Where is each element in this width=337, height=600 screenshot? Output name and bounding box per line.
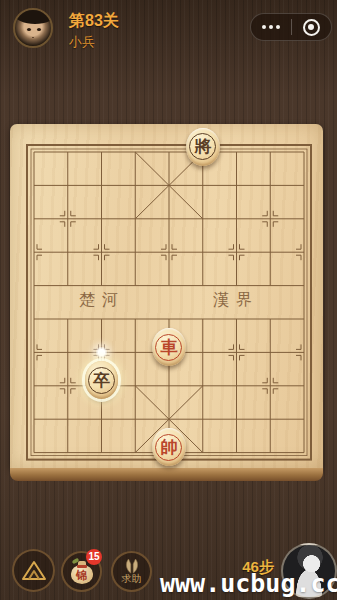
piece-red-general[interactable]: 帥 [152,428,186,466]
hint-count-badge: 15 [86,549,102,565]
avatar-hair [15,8,53,24]
more-button[interactable] [251,14,291,40]
player-rank: 小兵 [69,33,95,51]
piece-black-soldier[interactable]: 卒 [85,361,119,399]
target-circle-icon [303,19,320,36]
piece-black-general[interactable]: 將 [186,128,220,166]
bag-label: 锦 [70,568,94,583]
board[interactable]: 將車卒帥 [17,135,321,469]
expand-button[interactable] [12,549,55,592]
board-bevel [10,468,323,481]
piece-red-chariot[interactable]: 車 [152,328,186,366]
move-indicator[interactable] [95,346,108,359]
avatar-face [27,28,31,31]
player-avatar[interactable] [13,8,53,48]
chevron-mountain-up-icon [21,560,47,582]
exit-button[interactable] [292,14,332,40]
app-screen: 第83关 小兵 楚河 漢界 將車卒帥 锦 15 求助 [0,0,337,600]
help-button[interactable]: 求助 [111,551,152,592]
watermark: www.ucbug.cc [160,569,337,598]
level-title: 第83关 [69,11,119,32]
more-dots-icon [262,25,266,29]
wechat-capsule [250,13,332,41]
help-label: 求助 [122,572,142,586]
